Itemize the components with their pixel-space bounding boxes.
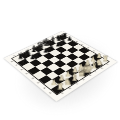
coord-label-4: 4 <box>87 47 90 49</box>
white-rook[interactable]: ♜ <box>48 83 72 92</box>
coord-label-4: 4 <box>31 77 34 79</box>
black-pawn[interactable]: ♟ <box>15 58 36 65</box>
coord-label-5: 5 <box>81 44 84 46</box>
coord-label-f: f <box>45 40 47 41</box>
coord-label-2: 2 <box>43 87 47 90</box>
chess-set-photo: abcdefgh abcdefgh 87654321 87654321 ♜♞♝♛… <box>0 0 120 120</box>
coord-label-6: 6 <box>76 41 79 43</box>
coord-label-3: 3 <box>37 82 40 84</box>
coord-label-d: d <box>33 45 36 47</box>
coord-label-g: g <box>51 37 54 38</box>
coord-label-8: 8 <box>65 35 68 36</box>
coord-label-6: 6 <box>21 69 24 71</box>
